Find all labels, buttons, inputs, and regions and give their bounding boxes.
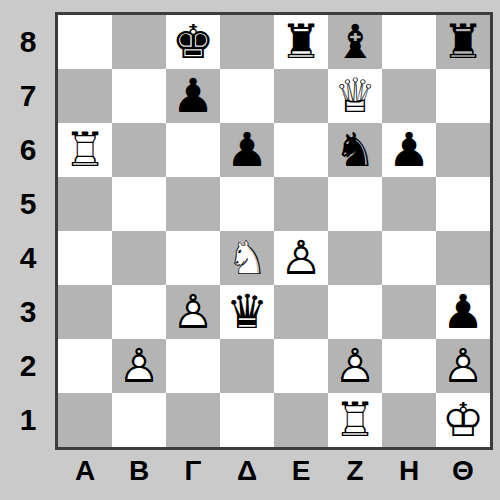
rank-label-1: 1 xyxy=(8,393,48,447)
square-a4[interactable] xyxy=(58,231,112,285)
chess-board: ♚♜♝♜♟♛♕♜♖♟♞♟♞♘♟♙♟♙♛♟♟♙♟♙♟♙♜♖♚♔ xyxy=(55,12,493,450)
square-e3[interactable] xyxy=(274,285,328,339)
white-piece-outline: ♔ xyxy=(436,393,490,447)
square-g8[interactable] xyxy=(382,15,436,69)
white-piece-outline: ♖ xyxy=(58,123,112,177)
square-f7[interactable]: ♛♕ xyxy=(328,69,382,123)
square-c2[interactable] xyxy=(166,339,220,393)
square-b8[interactable] xyxy=(112,15,166,69)
square-b7[interactable] xyxy=(112,69,166,123)
square-a2[interactable] xyxy=(58,339,112,393)
white-piece-outline: ♙ xyxy=(274,231,328,285)
square-g7[interactable] xyxy=(382,69,436,123)
square-g3[interactable] xyxy=(382,285,436,339)
white-piece-outline: ♙ xyxy=(328,339,382,393)
rank-label-6: 6 xyxy=(8,123,48,177)
square-h3[interactable]: ♟ xyxy=(436,285,490,339)
file-label-g: Η xyxy=(382,451,436,491)
rank-label-4: 4 xyxy=(8,231,48,285)
black-queen-d3[interactable]: ♛ xyxy=(220,285,274,339)
square-g5[interactable] xyxy=(382,177,436,231)
square-e1[interactable] xyxy=(274,393,328,447)
file-labels: ΑΒΓΔΕΖΗΘ xyxy=(58,451,490,491)
file-label-a: Α xyxy=(58,451,112,491)
file-label-e: Ε xyxy=(274,451,328,491)
square-c1[interactable] xyxy=(166,393,220,447)
square-f5[interactable] xyxy=(328,177,382,231)
square-c4[interactable] xyxy=(166,231,220,285)
square-d1[interactable] xyxy=(220,393,274,447)
black-rook-e8[interactable]: ♜ xyxy=(274,15,328,69)
white-pawn-e4[interactable]: ♟♙ xyxy=(274,231,328,285)
square-h7[interactable] xyxy=(436,69,490,123)
file-label-f: Ζ xyxy=(328,451,382,491)
white-knight-d4[interactable]: ♞♘ xyxy=(220,231,274,285)
white-queen-f7[interactable]: ♛♕ xyxy=(328,69,382,123)
white-piece-outline: ♕ xyxy=(328,69,382,123)
file-label-d: Δ xyxy=(220,451,274,491)
square-b3[interactable] xyxy=(112,285,166,339)
square-e7[interactable] xyxy=(274,69,328,123)
square-h2[interactable]: ♟♙ xyxy=(436,339,490,393)
rank-label-2: 2 xyxy=(8,339,48,393)
square-d3[interactable]: ♛ xyxy=(220,285,274,339)
black-pawn-g6[interactable]: ♟ xyxy=(382,123,436,177)
square-h4[interactable] xyxy=(436,231,490,285)
white-pawn-f2[interactable]: ♟♙ xyxy=(328,339,382,393)
white-piece-outline: ♖ xyxy=(328,393,382,447)
square-d6[interactable]: ♟ xyxy=(220,123,274,177)
square-a6[interactable]: ♜♖ xyxy=(58,123,112,177)
square-f3[interactable] xyxy=(328,285,382,339)
square-b5[interactable] xyxy=(112,177,166,231)
square-a1[interactable] xyxy=(58,393,112,447)
square-c6[interactable] xyxy=(166,123,220,177)
square-a3[interactable] xyxy=(58,285,112,339)
white-piece-outline: ♙ xyxy=(166,285,220,339)
square-f1[interactable]: ♜♖ xyxy=(328,393,382,447)
white-piece-outline: ♘ xyxy=(220,231,274,285)
square-c7[interactable]: ♟ xyxy=(166,69,220,123)
square-b1[interactable] xyxy=(112,393,166,447)
white-rook-f1[interactable]: ♜♖ xyxy=(328,393,382,447)
black-knight-f6[interactable]: ♞ xyxy=(328,123,382,177)
chess-diagram: 87654321 ♚♜♝♜♟♛♕♜♖♟♞♟♞♘♟♙♟♙♛♟♟♙♟♙♟♙♜♖♚♔ … xyxy=(0,0,500,500)
square-c3[interactable]: ♟♙ xyxy=(166,285,220,339)
square-e2[interactable] xyxy=(274,339,328,393)
square-e4[interactable]: ♟♙ xyxy=(274,231,328,285)
square-e6[interactable] xyxy=(274,123,328,177)
square-c5[interactable] xyxy=(166,177,220,231)
white-pawn-c3[interactable]: ♟♙ xyxy=(166,285,220,339)
black-king-c8[interactable]: ♚ xyxy=(166,15,220,69)
square-e5[interactable] xyxy=(274,177,328,231)
white-piece-outline: ♙ xyxy=(112,339,166,393)
square-a5[interactable] xyxy=(58,177,112,231)
square-h8[interactable]: ♜ xyxy=(436,15,490,69)
rank-label-5: 5 xyxy=(8,177,48,231)
square-f8[interactable]: ♝ xyxy=(328,15,382,69)
square-a7[interactable] xyxy=(58,69,112,123)
black-pawn-h3[interactable]: ♟ xyxy=(436,285,490,339)
square-f2[interactable]: ♟♙ xyxy=(328,339,382,393)
square-h1[interactable]: ♚♔ xyxy=(436,393,490,447)
black-bishop-f8[interactable]: ♝ xyxy=(328,15,382,69)
black-pawn-c7[interactable]: ♟ xyxy=(166,69,220,123)
rank-labels: 87654321 xyxy=(8,15,48,447)
square-a8[interactable] xyxy=(58,15,112,69)
square-d4[interactable]: ♞♘ xyxy=(220,231,274,285)
square-g2[interactable] xyxy=(382,339,436,393)
square-g4[interactable] xyxy=(382,231,436,285)
file-label-h: Θ xyxy=(436,451,490,491)
square-h5[interactable] xyxy=(436,177,490,231)
square-d8[interactable] xyxy=(220,15,274,69)
black-rook-h8[interactable]: ♜ xyxy=(436,15,490,69)
square-d7[interactable] xyxy=(220,69,274,123)
square-f6[interactable]: ♞ xyxy=(328,123,382,177)
square-f4[interactable] xyxy=(328,231,382,285)
white-rook-a6[interactable]: ♜♖ xyxy=(58,123,112,177)
square-d5[interactable] xyxy=(220,177,274,231)
square-g6[interactable]: ♟ xyxy=(382,123,436,177)
square-d2[interactable] xyxy=(220,339,274,393)
square-b2[interactable]: ♟♙ xyxy=(112,339,166,393)
black-pawn-d6[interactable]: ♟ xyxy=(220,123,274,177)
rank-label-3: 3 xyxy=(8,285,48,339)
rank-label-8: 8 xyxy=(8,15,48,69)
white-piece-outline: ♙ xyxy=(436,339,490,393)
square-c8[interactable]: ♚ xyxy=(166,15,220,69)
white-pawn-h2[interactable]: ♟♙ xyxy=(436,339,490,393)
white-pawn-b2[interactable]: ♟♙ xyxy=(112,339,166,393)
square-h6[interactable] xyxy=(436,123,490,177)
rank-label-7: 7 xyxy=(8,69,48,123)
square-e8[interactable]: ♜ xyxy=(274,15,328,69)
file-label-c: Γ xyxy=(166,451,220,491)
square-b4[interactable] xyxy=(112,231,166,285)
square-b6[interactable] xyxy=(112,123,166,177)
white-king-h1[interactable]: ♚♔ xyxy=(436,393,490,447)
file-label-b: Β xyxy=(112,451,166,491)
square-g1[interactable] xyxy=(382,393,436,447)
